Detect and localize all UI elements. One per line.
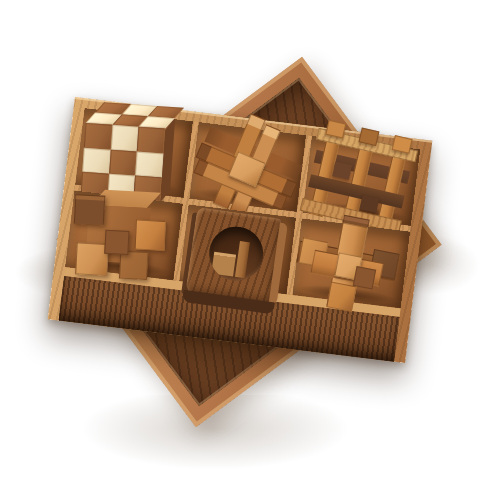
snowflake-burr-puzzle (288, 208, 409, 326)
product-photo-stage (0, 0, 480, 480)
lattice-dark-cube (333, 161, 353, 179)
checker-cell-dark (109, 149, 137, 175)
tray-compartments (65, 108, 420, 308)
checker-cell-light (135, 151, 163, 177)
knob-medium-cube (119, 251, 148, 280)
knob-orange-cube (135, 219, 167, 251)
knob-center-cube (104, 230, 129, 255)
compartment-top-left (75, 108, 192, 198)
checker-cell-dark (137, 127, 165, 153)
compartment-bottom-right (293, 218, 410, 308)
checker-cell-dark (84, 123, 112, 149)
compartment-bottom-left (65, 191, 182, 281)
compartment-bottom-middle (179, 205, 296, 295)
hole-box-puzzle (179, 204, 292, 317)
knob-cube-puzzle (71, 188, 174, 289)
compartment-top-middle (189, 122, 306, 212)
checker-cell-light (82, 148, 110, 174)
checker-cell-light (110, 125, 138, 151)
lattice-dark-cube (360, 194, 380, 212)
puzzle-tray (48, 97, 433, 363)
knob-dark-cube (74, 194, 106, 226)
snowflake-orange-cube (327, 282, 357, 312)
packing-stick (235, 241, 250, 278)
